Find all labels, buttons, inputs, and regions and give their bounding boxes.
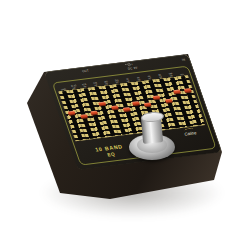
out-label: OUT (82, 69, 90, 73)
slider-cap (152, 95, 160, 100)
rear-label-in: IN (175, 57, 193, 63)
slider-cap (173, 90, 181, 95)
slider-cap (67, 111, 75, 116)
product-photo: OUT + DC 9V IN GAIN 31.25 HZ 62.5 HZ (0, 0, 250, 250)
slider-cap (80, 114, 88, 119)
rear-label-out: OUT (75, 68, 97, 75)
slider-cap (184, 88, 192, 93)
footswitch (120, 108, 184, 168)
plus-icon: + (131, 63, 133, 66)
power-label: DC 9V (127, 66, 138, 70)
slider-cap (90, 110, 98, 115)
center-pin-icon (127, 63, 131, 66)
slider-cap (132, 101, 140, 106)
slider-cap (111, 105, 119, 110)
in-label: IN (181, 58, 185, 61)
slider-cap (98, 102, 106, 107)
slider-cap (165, 98, 173, 103)
slider-cap (143, 102, 151, 107)
